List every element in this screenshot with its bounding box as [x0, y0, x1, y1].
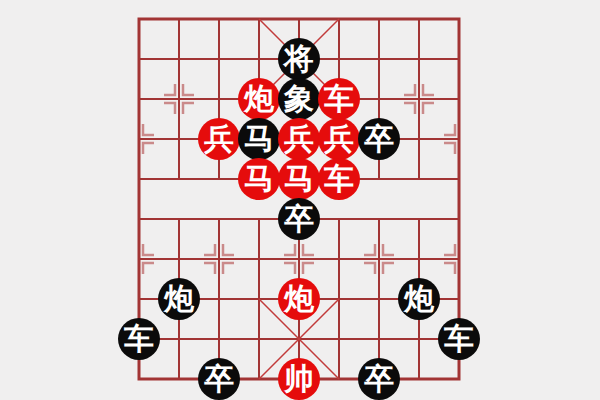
piece-red-pawn[interactable]: 兵: [198, 118, 240, 160]
piece-black-elephant[interactable]: 象: [278, 78, 320, 120]
piece-black-chariot[interactable]: 车: [438, 318, 480, 360]
piece-red-chariot[interactable]: 车: [318, 78, 360, 120]
piece-red-horse[interactable]: 马: [278, 158, 320, 200]
piece-black-pawn[interactable]: 卒: [278, 198, 320, 240]
piece-red-pawn[interactable]: 兵: [318, 118, 360, 160]
piece-black-pawn[interactable]: 卒: [198, 358, 240, 400]
pieces-layer: 将炮象车兵马兵兵卒马马车卒炮炮炮车车卒帅卒: [119, 0, 479, 399]
piece-red-cannon[interactable]: 炮: [278, 278, 320, 320]
piece-black-cannon[interactable]: 炮: [398, 278, 440, 320]
xiangqi-board: 将炮象车兵马兵兵卒马马车卒炮炮炮车车卒帅卒: [0, 0, 600, 400]
piece-red-pawn[interactable]: 兵: [278, 118, 320, 160]
piece-black-chariot[interactable]: 车: [118, 318, 160, 360]
piece-black-horse[interactable]: 马: [238, 118, 280, 160]
piece-red-chariot[interactable]: 车: [318, 158, 360, 200]
piece-black-pawn[interactable]: 卒: [358, 358, 400, 400]
piece-black-pawn[interactable]: 卒: [358, 118, 400, 160]
piece-red-cannon[interactable]: 炮: [238, 78, 280, 120]
piece-red-horse[interactable]: 马: [238, 158, 280, 200]
piece-red-general[interactable]: 帅: [278, 358, 320, 400]
piece-black-general[interactable]: 将: [278, 38, 320, 80]
piece-black-cannon[interactable]: 炮: [158, 278, 200, 320]
